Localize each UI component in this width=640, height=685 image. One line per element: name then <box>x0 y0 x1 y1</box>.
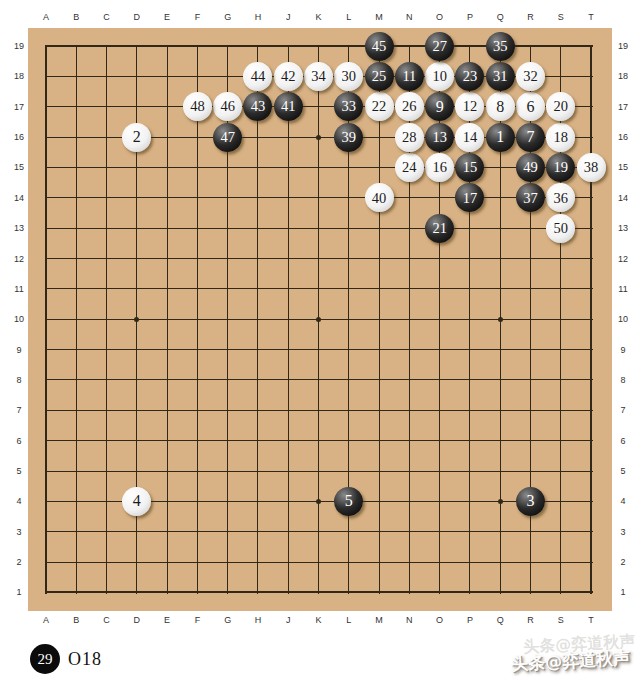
row-label-right-18: 18 <box>612 71 634 81</box>
stone-number: 43 <box>251 99 266 114</box>
star-point-q4 <box>498 499 503 504</box>
stone-number: 44 <box>251 69 266 84</box>
col-label-top-o: O <box>432 12 448 22</box>
col-label-top-e: E <box>159 12 175 22</box>
stone-number: 22 <box>372 99 387 114</box>
stone-number: 15 <box>463 160 478 175</box>
stone-black-25-m18: 25 <box>365 62 394 91</box>
col-label-bottom-e: E <box>159 615 175 625</box>
stone-black-5-l4: 5 <box>334 487 363 516</box>
stone-number: 14 <box>463 130 478 145</box>
stone-white-16-o15: 16 <box>425 153 454 182</box>
grid-line-horizontal <box>45 531 593 532</box>
row-label-left-5: 5 <box>8 466 30 476</box>
stone-number: 26 <box>402 99 417 114</box>
col-label-top-d: D <box>129 12 145 22</box>
stone-number: 1 <box>496 129 504 145</box>
star-point-k4 <box>316 499 321 504</box>
row-label-left-8: 8 <box>8 375 30 385</box>
row-label-right-2: 2 <box>612 557 634 567</box>
stone-number: 33 <box>342 99 357 114</box>
stone-number: 7 <box>526 129 534 145</box>
col-label-bottom-p: P <box>462 615 478 625</box>
col-label-bottom-d: D <box>129 615 145 625</box>
row-label-left-10: 10 <box>8 314 30 324</box>
stone-number: 38 <box>584 160 599 175</box>
grid-line-horizontal <box>45 410 593 411</box>
stone-number: 3 <box>526 493 534 509</box>
col-label-bottom-o: O <box>432 615 448 625</box>
caption-stone-number: 29 <box>38 651 53 668</box>
col-label-top-j: J <box>280 12 296 22</box>
stone-number: 2 <box>133 129 141 145</box>
stone-number: 41 <box>281 99 296 114</box>
stone-black-27-o19: 27 <box>425 32 454 61</box>
grid-line-horizontal <box>45 562 593 563</box>
stone-number: 24 <box>402 160 417 175</box>
stone-white-50-s13: 50 <box>546 214 575 243</box>
grid-line-vertical <box>379 45 380 594</box>
row-label-right-14: 14 <box>612 193 634 203</box>
watermark: 头条@弈道秋声 头条@弈道秋声 <box>455 633 637 685</box>
col-label-bottom-b: B <box>68 615 84 625</box>
stone-black-7-r16: 7 <box>516 123 545 152</box>
stone-number: 20 <box>554 99 569 114</box>
col-label-top-a: A <box>38 12 54 22</box>
row-label-left-9: 9 <box>8 345 30 355</box>
row-label-right-9: 9 <box>612 345 634 355</box>
row-label-right-13: 13 <box>612 223 634 233</box>
stone-black-41-j17: 41 <box>274 92 303 121</box>
row-label-left-19: 19 <box>8 41 30 51</box>
stone-number: 34 <box>311 69 326 84</box>
stone-number: 23 <box>463 69 478 84</box>
stone-white-18-s16: 18 <box>546 123 575 152</box>
stone-white-32-r18: 32 <box>516 62 545 91</box>
star-point-q10 <box>498 317 503 322</box>
row-label-left-4: 4 <box>8 496 30 506</box>
stone-black-49-r15: 49 <box>516 153 545 182</box>
row-label-left-13: 13 <box>8 223 30 233</box>
stone-number: 27 <box>432 39 447 54</box>
col-label-bottom-n: N <box>401 615 417 625</box>
stone-white-10-o18: 10 <box>425 62 454 91</box>
col-label-top-f: F <box>189 12 205 22</box>
col-label-top-q: Q <box>492 12 508 22</box>
stone-number: 8 <box>496 99 504 115</box>
stone-number: 16 <box>432 160 447 175</box>
row-label-left-17: 17 <box>8 102 30 112</box>
row-label-right-6: 6 <box>612 436 634 446</box>
stone-black-1-q16: 1 <box>486 123 515 152</box>
stone-number: 11 <box>402 69 416 84</box>
stone-number: 39 <box>342 130 357 145</box>
grid-line-horizontal <box>45 379 593 380</box>
col-label-bottom-f: F <box>189 615 205 625</box>
stone-number: 50 <box>554 221 569 236</box>
stone-number: 18 <box>554 130 569 145</box>
row-label-right-17: 17 <box>612 102 634 112</box>
row-label-left-3: 3 <box>8 527 30 537</box>
stone-white-6-r17: 6 <box>516 92 545 121</box>
row-label-right-15: 15 <box>612 162 634 172</box>
col-label-top-l: L <box>341 12 357 22</box>
col-label-bottom-g: G <box>220 615 236 625</box>
row-label-right-5: 5 <box>612 466 634 476</box>
col-label-bottom-t: T <box>583 615 599 625</box>
col-label-bottom-c: C <box>99 615 115 625</box>
row-label-left-2: 2 <box>8 557 30 567</box>
stone-number: 5 <box>345 493 353 509</box>
stone-number: 21 <box>432 221 447 236</box>
row-label-right-7: 7 <box>612 405 634 415</box>
stone-white-22-m17: 22 <box>365 92 394 121</box>
stone-number: 35 <box>493 39 508 54</box>
grid-line-horizontal <box>45 471 593 472</box>
stone-black-19-s15: 19 <box>546 153 575 182</box>
row-label-right-1: 1 <box>612 587 634 597</box>
stone-white-40-m14: 40 <box>365 183 394 212</box>
stone-number: 25 <box>372 69 387 84</box>
stone-number: 45 <box>372 39 387 54</box>
stone-number: 31 <box>493 69 508 84</box>
stone-black-47-g16: 47 <box>213 123 242 152</box>
star-point-k10 <box>316 317 321 322</box>
row-label-right-12: 12 <box>612 254 634 264</box>
stone-number: 49 <box>523 160 538 175</box>
col-label-bottom-k: K <box>311 615 327 625</box>
col-label-top-s: S <box>553 12 569 22</box>
page: AABBCCDDEEFFGGHHJJKKLLMMNNOOPPQQRRSSTT19… <box>0 0 640 685</box>
stone-black-13-o16: 13 <box>425 123 454 152</box>
stone-white-28-n16: 28 <box>395 123 424 152</box>
col-label-top-m: M <box>371 12 387 22</box>
row-label-right-19: 19 <box>612 41 634 51</box>
row-label-right-4: 4 <box>612 496 634 506</box>
row-label-left-18: 18 <box>8 71 30 81</box>
grid-line-horizontal <box>45 349 593 350</box>
stone-number: 12 <box>463 99 478 114</box>
stone-black-11-n18: 11 <box>395 62 424 91</box>
row-label-left-15: 15 <box>8 162 30 172</box>
row-label-left-6: 6 <box>8 436 30 446</box>
stone-number: 13 <box>432 130 447 145</box>
stone-number: 19 <box>554 160 569 175</box>
col-label-bottom-s: S <box>553 615 569 625</box>
row-label-right-16: 16 <box>612 132 634 142</box>
caption-black-stone-29: 29 <box>30 644 60 674</box>
stone-number: 17 <box>463 191 478 206</box>
row-label-right-8: 8 <box>612 375 634 385</box>
stone-black-21-o13: 21 <box>425 214 454 243</box>
stone-number: 9 <box>436 99 444 115</box>
stone-white-26-n17: 26 <box>395 92 424 121</box>
grid-line-horizontal <box>45 440 593 441</box>
col-label-top-k: K <box>311 12 327 22</box>
stone-number: 46 <box>220 99 235 114</box>
stone-white-34-k18: 34 <box>304 62 333 91</box>
row-label-left-7: 7 <box>8 405 30 415</box>
stone-number: 48 <box>190 99 205 114</box>
stone-black-3-r4: 3 <box>516 487 545 516</box>
stone-white-30-l18: 30 <box>334 62 363 91</box>
col-label-bottom-r: R <box>522 615 538 625</box>
row-label-left-1: 1 <box>8 587 30 597</box>
stone-white-48-f17: 48 <box>183 92 212 121</box>
col-label-top-p: P <box>462 12 478 22</box>
stone-number: 6 <box>526 99 534 115</box>
col-label-bottom-a: A <box>38 615 54 625</box>
stone-number: 42 <box>281 69 296 84</box>
col-label-bottom-j: J <box>280 615 296 625</box>
col-label-top-r: R <box>522 12 538 22</box>
caption-point-text: O18 <box>68 649 102 670</box>
row-label-left-14: 14 <box>8 193 30 203</box>
stone-white-8-q17: 8 <box>486 92 515 121</box>
move-29-caption: 29 O18 <box>30 644 102 674</box>
stone-number: 37 <box>523 191 538 206</box>
grid-line-horizontal <box>45 591 593 593</box>
stone-number: 4 <box>133 493 141 509</box>
row-label-right-3: 3 <box>612 527 634 537</box>
stone-white-14-p16: 14 <box>455 123 484 152</box>
watermark-text: 头条@弈道秋声 <box>511 647 631 676</box>
stone-number: 10 <box>432 69 447 84</box>
stone-number: 47 <box>220 130 235 145</box>
stone-number: 30 <box>342 69 357 84</box>
stone-white-4-d4: 4 <box>122 487 151 516</box>
col-label-top-t: T <box>583 12 599 22</box>
stone-black-35-q19: 35 <box>486 32 515 61</box>
grid-line-vertical <box>590 45 592 594</box>
col-label-bottom-m: M <box>371 615 387 625</box>
col-label-top-h: H <box>250 12 266 22</box>
stone-white-38-t15: 38 <box>577 153 606 182</box>
col-label-top-n: N <box>401 12 417 22</box>
row-label-right-11: 11 <box>612 284 634 294</box>
col-label-top-c: C <box>99 12 115 22</box>
stone-number: 40 <box>372 191 387 206</box>
star-point-k16 <box>316 135 321 140</box>
col-label-bottom-h: H <box>250 615 266 625</box>
stone-black-31-q18: 31 <box>486 62 515 91</box>
stone-white-24-n15: 24 <box>395 153 424 182</box>
stone-number: 36 <box>554 191 569 206</box>
stone-number: 32 <box>523 69 538 84</box>
row-label-left-11: 11 <box>8 284 30 294</box>
stone-black-45-m19: 45 <box>365 32 394 61</box>
stone-white-42-j18: 42 <box>274 62 303 91</box>
row-label-left-16: 16 <box>8 132 30 142</box>
row-label-left-12: 12 <box>8 254 30 264</box>
stone-black-39-l16: 39 <box>334 123 363 152</box>
stone-white-2-d16: 2 <box>122 123 151 152</box>
stone-number: 28 <box>402 130 417 145</box>
col-label-bottom-l: L <box>341 615 357 625</box>
col-label-top-b: B <box>68 12 84 22</box>
col-label-bottom-q: Q <box>492 615 508 625</box>
col-label-top-g: G <box>220 12 236 22</box>
row-label-right-10: 10 <box>612 314 634 324</box>
